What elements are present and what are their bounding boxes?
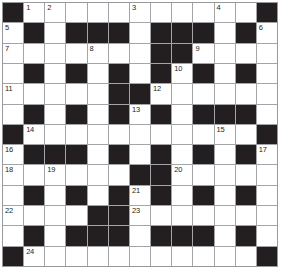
blocked-cell [24,64,44,83]
letter-cell[interactable]: 24 [24,247,44,266]
letter-cell[interactable] [151,206,171,225]
blocked-cell [151,186,171,205]
clue-number: 20 [174,165,182,174]
clue-number: 21 [132,186,140,195]
clue-number: 19 [47,165,55,174]
blocked-cell [24,23,44,42]
blocked-cell [151,145,171,164]
letter-cell[interactable] [88,247,108,266]
clue-number: 11 [5,84,12,93]
blocked-cell [236,226,256,245]
blocked-cell [88,226,108,245]
blocked-cell [151,165,171,184]
letter-cell[interactable] [45,105,65,124]
letter-cell[interactable] [215,145,235,164]
letter-cell[interactable] [172,125,192,144]
letter-cell[interactable]: 10 [172,64,192,83]
letter-cell[interactable]: 12 [151,84,171,103]
blocked-cell [193,226,213,245]
letter-cell[interactable] [88,145,108,164]
letter-cell[interactable] [172,3,192,22]
clue-number: 22 [5,206,13,215]
clue-number: 16 [5,145,13,154]
letter-cell[interactable] [66,44,86,63]
letter-cell[interactable] [3,226,23,245]
letter-cell[interactable] [66,3,86,22]
clue-number: 7 [5,44,9,53]
letter-cell[interactable] [193,165,213,184]
letter-cell[interactable] [172,105,192,124]
letter-cell[interactable] [88,186,108,205]
letter-cell[interactable] [88,3,108,22]
letter-cell[interactable] [257,206,277,225]
letter-cell[interactable] [88,84,108,103]
letter-cell[interactable] [236,44,256,63]
clue-number: 23 [132,206,140,215]
blocked-cell [66,145,86,164]
letter-cell[interactable] [236,84,256,103]
letter-cell[interactable] [45,44,65,63]
clue-number: 9 [195,44,199,53]
letter-cell[interactable] [66,206,86,225]
letter-cell[interactable]: 11 [3,84,23,103]
letter-cell[interactable] [215,206,235,225]
letter-cell[interactable]: 23 [130,206,150,225]
letter-cell[interactable] [130,23,150,42]
letter-cell[interactable] [215,165,235,184]
letter-cell[interactable]: 20 [172,165,192,184]
letter-cell[interactable] [215,84,235,103]
letter-cell[interactable] [3,186,23,205]
letter-cell[interactable] [66,125,86,144]
letter-cell[interactable] [193,247,213,266]
blocked-cell [236,186,256,205]
letter-cell[interactable] [257,165,277,184]
blocked-cell [109,23,129,42]
clue-number: 10 [174,64,182,73]
letter-cell[interactable] [24,165,44,184]
blocked-cell [24,105,44,124]
clue-number: 4 [217,3,221,12]
letter-cell[interactable] [24,44,44,63]
clue-number: 8 [90,44,94,53]
letter-cell[interactable] [88,165,108,184]
crossword-grid: 123456789101112131415161718192021222324 [2,2,278,267]
letter-cell[interactable] [109,3,129,22]
letter-cell[interactable]: 2 [45,3,65,22]
letter-cell[interactable] [236,3,256,22]
letter-cell[interactable] [236,125,256,144]
letter-cell[interactable] [3,105,23,124]
blocked-cell [236,64,256,83]
letter-cell[interactable] [257,105,277,124]
blocked-cell [109,64,129,83]
letter-cell[interactable]: 7 [3,44,23,63]
blocked-cell [24,186,44,205]
blocked-cell [193,105,213,124]
blocked-cell [236,23,256,42]
blocked-cell [88,206,108,225]
clue-number: 6 [259,23,263,32]
letter-cell[interactable] [215,23,235,42]
letter-cell[interactable] [130,44,150,63]
letter-cell[interactable] [193,206,213,225]
blocked-cell [3,3,23,22]
letter-cell[interactable] [45,186,65,205]
letter-cell[interactable] [257,44,277,63]
clue-number: 17 [259,145,267,154]
blocked-cell [151,64,171,83]
letter-cell[interactable] [236,165,256,184]
letter-cell[interactable] [24,206,44,225]
blocked-cell [193,186,213,205]
blocked-cell [151,23,171,42]
letter-cell[interactable] [24,84,44,103]
clue-number: 18 [5,165,13,174]
letter-cell[interactable] [109,165,129,184]
clue-number: 1 [26,3,30,12]
letter-cell[interactable]: 5 [3,23,23,42]
blocked-cell [66,23,86,42]
letter-cell[interactable] [236,206,256,225]
clue-number: 12 [153,84,161,93]
letter-cell[interactable]: 19 [45,165,65,184]
letter-cell[interactable] [130,64,150,83]
letter-cell[interactable]: 13 [130,105,150,124]
clue-number: 14 [26,125,34,134]
letter-cell[interactable] [3,64,23,83]
blocked-cell [236,105,256,124]
blocked-cell [45,145,65,164]
letter-cell[interactable]: 3 [130,3,150,22]
letter-cell[interactable] [172,145,192,164]
letter-cell[interactable]: 8 [88,44,108,63]
letter-cell[interactable] [215,226,235,245]
letter-cell[interactable] [66,247,86,266]
blocked-cell [109,145,129,164]
blocked-cell [66,186,86,205]
letter-cell[interactable]: 4 [215,3,235,22]
blocked-cell [193,23,213,42]
letter-cell[interactable] [109,125,129,144]
letter-cell[interactable]: 6 [257,23,277,42]
letter-cell[interactable]: 16 [3,145,23,164]
clue-number: 24 [26,247,34,256]
blocked-cell [172,44,192,63]
blocked-cell [109,186,129,205]
blocked-cell [257,125,277,144]
letter-cell[interactable] [45,23,65,42]
letter-cell[interactable]: 18 [3,165,23,184]
blocked-cell [66,64,86,83]
letter-cell[interactable] [257,84,277,103]
blocked-cell [257,247,277,266]
letter-cell[interactable] [130,125,150,144]
blocked-cell [257,3,277,22]
letter-cell[interactable] [130,247,150,266]
blocked-cell [130,84,150,103]
blocked-cell [88,23,108,42]
letter-cell[interactable] [109,247,129,266]
letter-cell[interactable] [236,247,256,266]
letter-cell[interactable] [215,44,235,63]
blocked-cell [151,105,171,124]
letter-cell[interactable] [172,84,192,103]
blocked-cell [109,226,129,245]
blocked-cell [130,165,150,184]
letter-cell[interactable] [257,186,277,205]
letter-cell[interactable] [193,84,213,103]
blocked-cell [215,105,235,124]
letter-cell[interactable] [193,125,213,144]
clue-number: 3 [132,3,136,12]
clue-number: 2 [47,3,51,12]
blocked-cell [193,64,213,83]
letter-cell[interactable] [172,186,192,205]
letter-cell[interactable] [130,226,150,245]
blocked-cell [66,105,86,124]
letter-cell[interactable] [45,84,65,103]
blocked-cell [24,145,44,164]
letter-cell[interactable]: 9 [193,44,213,63]
blocked-cell [24,226,44,245]
blocked-cell [3,247,23,266]
letter-cell[interactable]: 14 [24,125,44,144]
blocked-cell [66,226,86,245]
letter-cell[interactable] [151,3,171,22]
letter-cell[interactable] [45,206,65,225]
letter-cell[interactable]: 21 [130,186,150,205]
clue-number: 5 [5,23,9,32]
clue-number: 13 [132,105,140,114]
letter-cell[interactable] [172,247,192,266]
blocked-cell [236,145,256,164]
blocked-cell [151,44,171,63]
letter-cell[interactable] [66,165,86,184]
blocked-cell [109,105,129,124]
letter-cell[interactable] [45,125,65,144]
blocked-cell [172,226,192,245]
letter-cell[interactable] [88,64,108,83]
letter-cell[interactable] [88,125,108,144]
letter-cell[interactable] [88,105,108,124]
blocked-cell [109,206,129,225]
letter-cell[interactable]: 17 [257,145,277,164]
letter-cell[interactable] [215,247,235,266]
letter-cell[interactable] [151,247,171,266]
letter-cell[interactable] [45,247,65,266]
blocked-cell [193,145,213,164]
letter-cell[interactable] [45,64,65,83]
letter-cell[interactable] [193,3,213,22]
letter-cell[interactable] [257,226,277,245]
blocked-cell [151,226,171,245]
blocked-cell [3,125,23,144]
letter-cell[interactable] [66,84,86,103]
letter-cell[interactable] [215,186,235,205]
letter-cell[interactable]: 15 [215,125,235,144]
letter-cell[interactable]: 22 [3,206,23,225]
letter-cell[interactable]: 1 [24,3,44,22]
blocked-cell [109,84,129,103]
letter-cell[interactable] [151,125,171,144]
letter-cell[interactable] [130,145,150,164]
letter-cell[interactable] [172,206,192,225]
letter-cell[interactable] [45,226,65,245]
letter-cell[interactable] [109,44,129,63]
blocked-cell [172,23,192,42]
letter-cell[interactable] [215,64,235,83]
clue-number: 15 [217,125,225,134]
letter-cell[interactable] [257,64,277,83]
